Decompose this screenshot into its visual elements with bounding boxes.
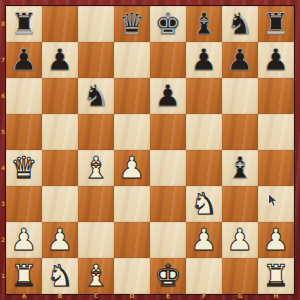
- square-a7[interactable]: ♟: [6, 42, 42, 78]
- square-f8[interactable]: ♝: [186, 6, 222, 42]
- square-a3[interactable]: [6, 186, 42, 222]
- white-knight[interactable]: ♞: [47, 258, 74, 294]
- square-d1[interactable]: [114, 258, 150, 294]
- square-h7[interactable]: ♟: [258, 42, 294, 78]
- square-e7[interactable]: [150, 42, 186, 78]
- square-e3[interactable]: [150, 186, 186, 222]
- square-a8[interactable]: ♜: [6, 6, 42, 42]
- square-b7[interactable]: ♟: [42, 42, 78, 78]
- black-pawn[interactable]: ♟: [227, 42, 254, 78]
- file-label-f: F: [186, 293, 222, 300]
- square-h2[interactable]: ♟: [258, 222, 294, 258]
- black-rook[interactable]: ♜: [263, 6, 290, 42]
- square-h3[interactable]: [258, 186, 294, 222]
- square-a1[interactable]: ♜: [6, 258, 42, 294]
- square-b8[interactable]: [42, 6, 78, 42]
- square-h1[interactable]: ♜: [258, 258, 294, 294]
- square-b4[interactable]: [42, 150, 78, 186]
- square-c5[interactable]: [78, 114, 114, 150]
- black-queen[interactable]: ♛: [119, 6, 146, 42]
- white-pawn[interactable]: ♟: [119, 150, 146, 186]
- square-f2[interactable]: ♟: [186, 222, 222, 258]
- rank-label-1: 1: [0, 273, 6, 279]
- rank-label-8: 8: [0, 21, 6, 27]
- white-king[interactable]: ♚: [155, 258, 182, 294]
- file-label-g: G: [222, 293, 258, 300]
- black-rook[interactable]: ♜: [11, 6, 38, 42]
- white-knight[interactable]: ♞: [191, 186, 218, 222]
- black-knight[interactable]: ♞: [83, 78, 110, 114]
- square-d4[interactable]: ♟: [114, 150, 150, 186]
- square-d6[interactable]: [114, 78, 150, 114]
- square-a6[interactable]: [6, 78, 42, 114]
- file-label-b: B: [42, 293, 78, 300]
- black-pawn[interactable]: ♟: [11, 42, 38, 78]
- file-label-c: C: [78, 293, 114, 300]
- square-g5[interactable]: [222, 114, 258, 150]
- square-a5[interactable]: [6, 114, 42, 150]
- square-g4[interactable]: ♝: [222, 150, 258, 186]
- black-pawn[interactable]: ♟: [191, 42, 218, 78]
- file-label-e: E: [150, 293, 186, 300]
- square-b1[interactable]: ♞: [42, 258, 78, 294]
- square-a4[interactable]: ♛: [6, 150, 42, 186]
- square-c6[interactable]: ♞: [78, 78, 114, 114]
- square-c1[interactable]: ♝: [78, 258, 114, 294]
- square-g1[interactable]: [222, 258, 258, 294]
- white-pawn[interactable]: ♟: [263, 222, 290, 258]
- square-g6[interactable]: [222, 78, 258, 114]
- rank-label-2: 2: [0, 237, 6, 243]
- black-pawn[interactable]: ♟: [263, 42, 290, 78]
- square-b5[interactable]: [42, 114, 78, 150]
- square-h8[interactable]: ♜: [258, 6, 294, 42]
- file-label-h: H: [258, 293, 294, 300]
- square-h6[interactable]: [258, 78, 294, 114]
- square-f6[interactable]: [186, 78, 222, 114]
- square-c4[interactable]: ♝: [78, 150, 114, 186]
- square-f1[interactable]: [186, 258, 222, 294]
- square-d7[interactable]: [114, 42, 150, 78]
- rank-label-5: 5: [0, 129, 6, 135]
- black-king[interactable]: ♚: [155, 6, 182, 42]
- square-e4[interactable]: [150, 150, 186, 186]
- black-pawn[interactable]: ♟: [47, 42, 74, 78]
- square-f4[interactable]: [186, 150, 222, 186]
- white-queen[interactable]: ♛: [11, 150, 38, 186]
- square-g2[interactable]: ♟: [222, 222, 258, 258]
- square-e5[interactable]: [150, 114, 186, 150]
- square-g7[interactable]: ♟: [222, 42, 258, 78]
- square-b6[interactable]: [42, 78, 78, 114]
- square-c3[interactable]: [78, 186, 114, 222]
- square-g3[interactable]: [222, 186, 258, 222]
- rank-label-6: 6: [0, 93, 6, 99]
- square-h4[interactable]: [258, 150, 294, 186]
- black-knight[interactable]: ♞: [227, 6, 254, 42]
- rank-label-7: 7: [0, 57, 6, 63]
- black-bishop[interactable]: ♝: [191, 6, 218, 42]
- white-pawn[interactable]: ♟: [191, 222, 218, 258]
- square-f7[interactable]: ♟: [186, 42, 222, 78]
- square-d3[interactable]: [114, 186, 150, 222]
- square-d8[interactable]: ♛: [114, 6, 150, 42]
- square-e1[interactable]: ♚: [150, 258, 186, 294]
- square-f5[interactable]: [186, 114, 222, 150]
- square-a2[interactable]: ♟: [6, 222, 42, 258]
- file-label-d: D: [114, 293, 150, 300]
- white-bishop[interactable]: ♝: [83, 258, 110, 294]
- square-d5[interactable]: [114, 114, 150, 150]
- black-bishop[interactable]: ♝: [227, 150, 254, 186]
- square-h5[interactable]: [258, 114, 294, 150]
- white-pawn[interactable]: ♟: [227, 222, 254, 258]
- square-b2[interactable]: ♟: [42, 222, 78, 258]
- square-f3[interactable]: ♞: [186, 186, 222, 222]
- file-label-a: A: [6, 293, 42, 300]
- white-rook[interactable]: ♜: [11, 258, 38, 294]
- chess-board-frame: ♜♛♚♝♞♜♟♟♟♟♟♞♟♛♝♟♝♞♟♟♟♟♟♜♞♝♚♜ 87654321ABC…: [0, 0, 300, 300]
- square-c2[interactable]: [78, 222, 114, 258]
- white-bishop[interactable]: ♝: [83, 150, 110, 186]
- white-pawn[interactable]: ♟: [47, 222, 74, 258]
- white-pawn[interactable]: ♟: [11, 222, 38, 258]
- square-e2[interactable]: [150, 222, 186, 258]
- square-b3[interactable]: [42, 186, 78, 222]
- rank-label-4: 4: [0, 165, 6, 171]
- white-rook[interactable]: ♜: [263, 258, 290, 294]
- rank-label-3: 3: [0, 201, 6, 207]
- square-g8[interactable]: ♞: [222, 6, 258, 42]
- square-e8[interactable]: ♚: [150, 6, 186, 42]
- square-d2[interactable]: [114, 222, 150, 258]
- square-c8[interactable]: [78, 6, 114, 42]
- black-pawn[interactable]: ♟: [155, 78, 182, 114]
- square-e6[interactable]: ♟: [150, 78, 186, 114]
- square-c7[interactable]: [78, 42, 114, 78]
- chess-board[interactable]: ♜♛♚♝♞♜♟♟♟♟♟♞♟♛♝♟♝♞♟♟♟♟♟♜♞♝♚♜: [6, 6, 294, 294]
